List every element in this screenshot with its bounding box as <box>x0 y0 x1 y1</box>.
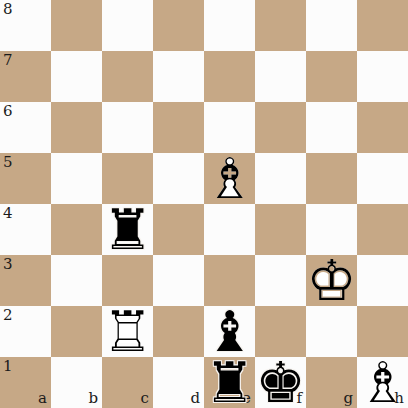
square-e5[interactable]: ♝♗ <box>204 153 255 204</box>
square-f7[interactable] <box>255 51 306 102</box>
file-label-c: c <box>141 391 149 406</box>
square-b6[interactable] <box>51 102 102 153</box>
square-a1[interactable]: 1a <box>0 357 51 408</box>
square-g3[interactable]: ♚♔ <box>306 255 357 306</box>
rank-label-3: 3 <box>3 257 13 272</box>
square-g6[interactable] <box>306 102 357 153</box>
chess-board: 8765♝♗4♜3♚♔2♜♖♝1abcde♜f♚gh♝♗ <box>0 0 408 408</box>
square-a4[interactable]: 4 <box>0 204 51 255</box>
square-b1[interactable]: b <box>51 357 102 408</box>
file-label-d: d <box>190 391 200 406</box>
square-d3[interactable] <box>153 255 204 306</box>
rank-label-2: 2 <box>3 308 13 323</box>
piece-glyph: ♜ <box>204 357 255 408</box>
square-h3[interactable] <box>357 255 408 306</box>
piece-white-bishop-e5[interactable]: ♝♗ <box>204 153 255 204</box>
square-a5[interactable]: 5 <box>0 153 51 204</box>
piece-outline-layer: ♗ <box>357 357 408 408</box>
square-h6[interactable] <box>357 102 408 153</box>
square-d5[interactable] <box>153 153 204 204</box>
square-d2[interactable] <box>153 306 204 357</box>
square-d4[interactable] <box>153 204 204 255</box>
square-b7[interactable] <box>51 51 102 102</box>
square-d7[interactable] <box>153 51 204 102</box>
square-a6[interactable]: 6 <box>0 102 51 153</box>
square-e4[interactable] <box>204 204 255 255</box>
piece-black-rook-c4[interactable]: ♜ <box>102 204 153 255</box>
square-g2[interactable] <box>306 306 357 357</box>
square-h1[interactable]: h♝♗ <box>357 357 408 408</box>
square-d6[interactable] <box>153 102 204 153</box>
square-f8[interactable] <box>255 0 306 51</box>
square-b5[interactable] <box>51 153 102 204</box>
square-d1[interactable]: d <box>153 357 204 408</box>
piece-outline-layer: ♔ <box>306 255 357 306</box>
square-c8[interactable] <box>102 0 153 51</box>
square-e8[interactable] <box>204 0 255 51</box>
square-f5[interactable] <box>255 153 306 204</box>
square-b8[interactable] <box>51 0 102 51</box>
piece-glyph: ♚ <box>255 357 306 408</box>
square-h8[interactable] <box>357 0 408 51</box>
rank-label-4: 4 <box>3 206 13 221</box>
square-e1[interactable]: e♜ <box>204 357 255 408</box>
piece-outline-layer: ♗ <box>204 153 255 204</box>
square-g7[interactable] <box>306 51 357 102</box>
square-h4[interactable] <box>357 204 408 255</box>
square-d8[interactable] <box>153 0 204 51</box>
square-c6[interactable] <box>102 102 153 153</box>
rank-label-1: 1 <box>3 359 13 374</box>
square-f1[interactable]: f♚ <box>255 357 306 408</box>
square-c2[interactable]: ♜♖ <box>102 306 153 357</box>
square-h7[interactable] <box>357 51 408 102</box>
piece-black-rook-e1[interactable]: ♜ <box>204 357 255 408</box>
rank-label-8: 8 <box>3 2 13 17</box>
square-c4[interactable]: ♜ <box>102 204 153 255</box>
square-a3[interactable]: 3 <box>0 255 51 306</box>
square-c1[interactable]: c <box>102 357 153 408</box>
square-f4[interactable] <box>255 204 306 255</box>
square-b2[interactable] <box>51 306 102 357</box>
square-e7[interactable] <box>204 51 255 102</box>
piece-glyph: ♜ <box>102 204 153 255</box>
file-label-a: a <box>38 391 47 406</box>
file-label-b: b <box>88 391 98 406</box>
square-g1[interactable]: g <box>306 357 357 408</box>
square-a7[interactable]: 7 <box>0 51 51 102</box>
square-f3[interactable] <box>255 255 306 306</box>
square-g8[interactable] <box>306 0 357 51</box>
square-a2[interactable]: 2 <box>0 306 51 357</box>
piece-black-king-f1[interactable]: ♚ <box>255 357 306 408</box>
square-b3[interactable] <box>51 255 102 306</box>
rank-label-7: 7 <box>3 53 13 68</box>
square-f6[interactable] <box>255 102 306 153</box>
piece-white-king-g3[interactable]: ♚♔ <box>306 255 357 306</box>
square-c7[interactable] <box>102 51 153 102</box>
piece-outline-layer: ♖ <box>102 306 153 357</box>
piece-white-rook-c2[interactable]: ♜♖ <box>102 306 153 357</box>
file-label-g: g <box>343 391 353 406</box>
piece-white-bishop-h1[interactable]: ♝♗ <box>357 357 408 408</box>
square-a8[interactable]: 8 <box>0 0 51 51</box>
square-g5[interactable] <box>306 153 357 204</box>
square-h5[interactable] <box>357 153 408 204</box>
rank-label-5: 5 <box>3 155 13 170</box>
square-b4[interactable] <box>51 204 102 255</box>
rank-label-6: 6 <box>3 104 13 119</box>
